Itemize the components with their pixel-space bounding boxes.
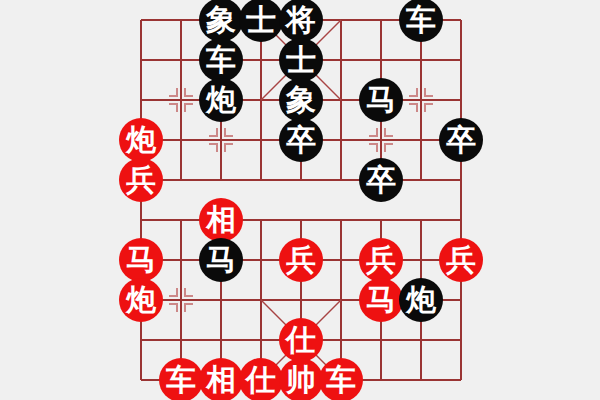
- piece-red-soldier[interactable]: 兵: [439, 238, 483, 282]
- piece-red-chariot[interactable]: 车: [319, 358, 363, 400]
- piece-black-soldier[interactable]: 卒: [359, 158, 403, 202]
- piece-red-horse[interactable]: 马: [119, 238, 163, 282]
- piece-red-elephant[interactable]: 相: [199, 358, 243, 400]
- piece-black-soldier[interactable]: 卒: [439, 118, 483, 162]
- piece-black-horse[interactable]: 马: [199, 238, 243, 282]
- piece-black-cannon[interactable]: 炮: [399, 278, 443, 322]
- piece-red-elephant[interactable]: 相: [199, 198, 243, 242]
- xiangqi-board: 象士将车车士炮象马炮卒卒兵卒相马马兵兵兵炮马炮仕车相仕帅车: [0, 0, 600, 400]
- piece-red-soldier[interactable]: 兵: [119, 158, 163, 202]
- piece-black-chariot[interactable]: 车: [199, 38, 243, 82]
- piece-red-advisor[interactable]: 仕: [279, 318, 323, 362]
- piece-black-advisor[interactable]: 士: [239, 0, 283, 42]
- piece-black-cannon[interactable]: 炮: [199, 78, 243, 122]
- piece-black-soldier[interactable]: 卒: [279, 118, 323, 162]
- piece-red-cannon[interactable]: 炮: [119, 278, 163, 322]
- piece-red-advisor[interactable]: 仕: [239, 358, 283, 400]
- piece-black-elephant[interactable]: 象: [279, 78, 323, 122]
- piece-black-general[interactable]: 将: [279, 0, 323, 42]
- piece-black-advisor[interactable]: 士: [279, 38, 323, 82]
- piece-red-cannon[interactable]: 炮: [119, 118, 163, 162]
- piece-red-soldier[interactable]: 兵: [359, 238, 403, 282]
- piece-red-soldier[interactable]: 兵: [279, 238, 323, 282]
- piece-black-chariot[interactable]: 车: [399, 0, 443, 42]
- piece-black-horse[interactable]: 马: [359, 78, 403, 122]
- piece-red-general[interactable]: 帅: [279, 358, 323, 400]
- piece-black-elephant[interactable]: 象: [199, 0, 243, 42]
- piece-red-horse[interactable]: 马: [359, 278, 403, 322]
- piece-red-chariot[interactable]: 车: [159, 358, 203, 400]
